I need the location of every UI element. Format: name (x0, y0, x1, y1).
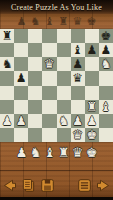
square-e7[interactable] (57, 43, 71, 57)
square-e5[interactable] (57, 71, 71, 85)
square-b6[interactable] (14, 57, 28, 71)
square-g4[interactable] (85, 86, 99, 100)
menu-icon (77, 178, 92, 193)
palette-black-pawn[interactable]: ♟ (15, 15, 29, 29)
square-d2[interactable] (42, 114, 56, 128)
page-title: Create Puzzle As You Like (11, 3, 102, 12)
square-h6[interactable]: ♞ (99, 57, 113, 71)
piece-black-pawn: ♟ (101, 44, 112, 56)
square-c3[interactable] (28, 100, 42, 114)
square-f8[interactable] (71, 29, 85, 43)
square-b5[interactable]: ♟ (14, 71, 28, 85)
piece-black-king: ♚ (101, 30, 112, 42)
piece-white-bishop: ♝ (101, 101, 112, 113)
square-b8[interactable] (14, 29, 28, 43)
square-h3[interactable]: ♝ (99, 100, 113, 114)
square-g7[interactable]: ♟ (85, 43, 99, 57)
square-b3[interactable] (14, 100, 28, 114)
bottom-edge (0, 197, 113, 200)
piece-white-pawn: ♟ (72, 115, 83, 127)
square-a4[interactable] (0, 86, 14, 100)
square-a2[interactable]: ♟ (0, 114, 14, 128)
square-d7[interactable] (42, 43, 56, 57)
palette-black-bishop[interactable]: ♝ (43, 15, 57, 29)
piece-white-knight: ♞ (58, 115, 69, 127)
square-a6[interactable]: ♞ (0, 57, 14, 71)
black-piece-palette: ♟♞♝♜♛♚ (0, 14, 113, 29)
square-c6[interactable] (28, 57, 42, 71)
title-bar: Create Puzzle As You Like (0, 0, 113, 14)
square-f7[interactable]: ♝ (71, 43, 85, 57)
square-a7[interactable] (0, 43, 14, 57)
palette-white-king[interactable]: ♚ (85, 144, 99, 161)
palette-white-rook[interactable]: ♜ (57, 144, 71, 161)
square-e2[interactable]: ♞ (57, 114, 71, 128)
square-e8[interactable] (57, 29, 71, 43)
piece-white-pawn: ♟ (86, 115, 97, 127)
square-g6[interactable] (85, 57, 99, 71)
square-h7[interactable]: ♟ (99, 43, 113, 57)
square-c1[interactable] (28, 128, 42, 142)
app-screen: Create Puzzle As You Like ♟♞♝♜♛♚ ♜♚♝♟♟♞♛… (0, 0, 113, 200)
square-h4[interactable] (99, 86, 113, 100)
copy-icon (21, 178, 36, 193)
square-h1[interactable] (99, 128, 113, 142)
piece-black-knight: ♞ (2, 58, 13, 70)
piece-white-king: ♚ (86, 129, 97, 141)
square-c7[interactable] (28, 43, 42, 57)
square-a5[interactable] (0, 71, 14, 85)
square-d4[interactable] (42, 86, 56, 100)
palette-black-knight[interactable]: ♞ (29, 15, 43, 29)
save-icon (40, 178, 55, 193)
back-button[interactable] (2, 178, 17, 193)
piece-white-queen: ♛ (44, 58, 55, 70)
piece-black-pawn: ♟ (16, 72, 27, 84)
piece-white-pawn: ♟ (16, 115, 27, 127)
square-a1[interactable] (0, 128, 14, 142)
piece-black-rook: ♜ (2, 30, 13, 42)
piece-white-knight: ♞ (101, 58, 112, 70)
square-a8[interactable]: ♜ (0, 29, 14, 43)
square-e3[interactable] (57, 100, 71, 114)
square-d1[interactable] (42, 128, 56, 142)
square-c2[interactable] (28, 114, 42, 128)
square-d5[interactable] (42, 71, 56, 85)
square-a3[interactable] (0, 100, 14, 114)
palette-black-rook[interactable]: ♜ (57, 15, 71, 29)
save-button[interactable] (40, 178, 55, 193)
square-g8[interactable] (85, 29, 99, 43)
forward-arrow-icon (96, 178, 111, 193)
square-e6[interactable] (57, 57, 71, 71)
wood-seam (0, 170, 113, 171)
square-d6[interactable]: ♛ (42, 57, 56, 71)
square-h5[interactable] (99, 71, 113, 85)
square-g1[interactable]: ♚ (85, 128, 99, 142)
square-b4[interactable] (14, 86, 28, 100)
square-d3[interactable] (42, 100, 56, 114)
back-arrow-icon (2, 178, 17, 193)
square-e1[interactable] (57, 128, 71, 142)
piece-black-queen: ♛ (72, 72, 83, 84)
palette-black-queen[interactable]: ♛ (71, 15, 85, 29)
square-g2[interactable]: ♟ (85, 114, 99, 128)
square-f3[interactable] (71, 100, 85, 114)
palette-white-queen[interactable]: ♛ (71, 144, 85, 161)
square-c5[interactable] (28, 71, 42, 85)
square-f4[interactable] (71, 86, 85, 100)
piece-white-queen: ♛ (72, 129, 83, 141)
square-f6[interactable]: ♟ (71, 57, 85, 71)
forward-button[interactable] (96, 178, 111, 193)
piece-black-pawn: ♟ (86, 44, 97, 56)
square-b1[interactable] (14, 128, 28, 142)
square-b7[interactable] (14, 43, 28, 57)
square-f5[interactable]: ♛ (71, 71, 85, 85)
square-d8[interactable] (42, 29, 56, 43)
white-piece-palette: ♟♞♝♜♛♚ (0, 142, 113, 161)
square-c8[interactable] (28, 29, 42, 43)
square-b2[interactable]: ♟ (14, 114, 28, 128)
square-g5[interactable] (85, 71, 99, 85)
square-f1[interactable]: ♛ (71, 128, 85, 142)
bottom-toolbar (0, 174, 113, 197)
square-f2[interactable]: ♟ (71, 114, 85, 128)
piece-black-pawn: ♟ (72, 58, 83, 70)
square-g3[interactable]: ♜ (85, 100, 99, 114)
palette-white-pawn[interactable]: ♟ (15, 144, 29, 161)
piece-white-pawn: ♟ (2, 115, 13, 127)
chess-board: ♜♚♝♟♟♞♛♟♞♟♛♜♝♟♟♞♟♟♛♚ (0, 29, 113, 142)
copy-position-button[interactable] (21, 178, 36, 193)
menu-button[interactable] (77, 178, 92, 193)
piece-white-rook: ♜ (86, 101, 97, 113)
square-h8[interactable]: ♚ (99, 29, 113, 43)
palette-white-bishop[interactable]: ♝ (43, 144, 57, 161)
square-h2[interactable] (99, 114, 113, 128)
square-e4[interactable] (57, 86, 71, 100)
palette-white-knight[interactable]: ♞ (29, 144, 43, 161)
square-c4[interactable] (28, 86, 42, 100)
palette-black-king[interactable]: ♚ (85, 15, 99, 29)
piece-black-bishop: ♝ (72, 44, 83, 56)
